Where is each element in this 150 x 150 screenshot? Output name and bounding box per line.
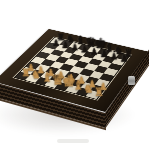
chess-set-photo: ♜♞♝♛♚♝♞♜♟♟♟♟♟♟♟♟♟♟♟♟♟♟♟♟♜♞♝♛♚♝♞♜ <box>0 0 150 150</box>
chess-case-top: ♜♞♝♛♚♝♞♜♟♟♟♟♟♟♟♟♟♟♟♟♟♟♟♟♜♞♝♛♚♝♞♜ <box>0 29 148 112</box>
watermark <box>57 139 89 143</box>
pieces-layer: ♜♞♝♛♚♝♞♜♟♟♟♟♟♟♟♟♟♟♟♟♟♟♟♟♜♞♝♛♚♝♞♜ <box>14 37 131 100</box>
metal-clasp <box>128 76 135 85</box>
board-scene: ♜♞♝♛♚♝♞♜♟♟♟♟♟♟♟♟♟♟♟♟♟♟♟♟♜♞♝♛♚♝♞♜ <box>0 0 150 150</box>
